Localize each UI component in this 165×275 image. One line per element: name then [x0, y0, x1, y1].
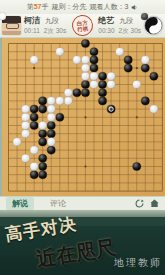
black-stone-icon	[141, 13, 148, 20]
player-bar: 柯洁 九段 00:11 2次 30s 白方行棋 绝艺 九段 00:30 2次 3…	[0, 14, 165, 38]
white-stone	[47, 113, 55, 121]
avatar-black-player[interactable]	[144, 16, 163, 35]
rule-label: 规则：分先	[51, 2, 86, 12]
status-bar: 第57手 规则：分先 观看人数：3	[0, 0, 165, 14]
black-stone	[39, 105, 47, 113]
black-stone	[56, 113, 64, 121]
black-stone	[30, 121, 38, 129]
black-stone	[30, 171, 38, 179]
white-stone	[141, 56, 149, 64]
white-stone	[22, 130, 30, 138]
white-player-time: 00:11	[24, 27, 40, 36]
tab-bar: 解说 评论	[0, 196, 165, 210]
white-stone	[73, 56, 81, 64]
white-stone	[30, 56, 38, 64]
move-counter: 第57手	[27, 2, 49, 12]
banner[interactable]: 高手对决 近在咫尺 地理教师	[0, 210, 165, 275]
white-stone	[81, 56, 89, 64]
black-stone	[39, 138, 47, 146]
white-player-info: 柯洁 九段 00:11 2次 30s	[24, 15, 66, 36]
black-stone	[30, 105, 38, 113]
black-stone	[39, 97, 47, 105]
black-stone	[90, 56, 98, 64]
go-board[interactable]	[0, 38, 165, 196]
black-stone	[133, 162, 141, 170]
tab-comments[interactable]: 评论	[44, 197, 72, 210]
black-stone	[39, 154, 47, 162]
white-stone	[30, 146, 38, 154]
viewers-label: 观看人数：3	[89, 2, 128, 12]
white-stone	[39, 121, 47, 129]
black-stone	[99, 89, 107, 97]
white-stone	[90, 80, 98, 88]
home-icon[interactable]	[150, 199, 159, 208]
white-stone	[107, 72, 115, 80]
black-player-periods: 2次 30s	[119, 27, 141, 36]
black-stone	[39, 162, 47, 170]
white-stone	[150, 105, 158, 113]
white-stone	[22, 105, 30, 113]
black-stone	[47, 121, 55, 129]
black-stone	[99, 72, 107, 80]
white-stone	[116, 48, 124, 56]
black-stone	[141, 64, 149, 72]
black-stone	[99, 80, 107, 88]
white-stone	[90, 72, 98, 80]
white-stone	[64, 89, 72, 97]
black-stone	[73, 89, 81, 97]
black-stone	[47, 146, 55, 154]
white-stone-icon	[0, 13, 6, 20]
white-stone	[56, 97, 64, 105]
white-player-rank: 九段	[45, 16, 59, 26]
white-player-name: 柯洁	[24, 15, 40, 26]
black-stone	[124, 56, 132, 64]
white-stone	[22, 154, 30, 162]
turn-seal: 白方行棋	[71, 14, 94, 37]
white-stone	[133, 80, 141, 88]
black-stone	[99, 97, 107, 105]
black-player-time: 00:30	[98, 27, 114, 36]
white-stone	[22, 121, 30, 129]
white-stone	[47, 138, 55, 146]
black-stone	[90, 64, 98, 72]
white-stone	[56, 48, 64, 56]
watermark-text: 地理教师	[114, 256, 162, 270]
refresh-icon[interactable]	[135, 199, 144, 208]
black-player-info: 绝艺 九段 00:30 2次 30s	[98, 15, 141, 36]
white-stone	[64, 97, 72, 105]
tab-commentary[interactable]: 解说	[6, 197, 34, 210]
white-player-periods: 2次 30s	[44, 27, 66, 36]
white-stone	[30, 162, 38, 170]
black-player-rank: 九段	[119, 16, 133, 26]
black-player-name: 绝艺	[98, 15, 114, 26]
go-app-screen: 第57手 规则：分先 观看人数：3 柯洁 九段 00:11 2次 30s 白方行…	[0, 0, 165, 275]
white-stone	[47, 105, 55, 113]
black-stone	[81, 39, 89, 47]
avatar-white-player[interactable]	[2, 16, 21, 35]
black-stone	[39, 130, 47, 138]
black-stone	[150, 72, 158, 80]
white-stone	[107, 80, 115, 88]
black-stone	[81, 80, 89, 88]
black-stone	[30, 113, 38, 121]
black-stone	[124, 64, 132, 72]
white-stone	[81, 72, 89, 80]
white-stone	[13, 138, 21, 146]
white-stone	[81, 64, 89, 72]
white-stone	[47, 97, 55, 105]
black-stone	[47, 130, 55, 138]
black-stone	[107, 105, 115, 113]
go-board-svg[interactable]	[2, 38, 165, 196]
black-stone	[39, 171, 47, 179]
black-stone	[141, 97, 149, 105]
white-stone	[22, 113, 30, 121]
black-stone	[90, 48, 98, 56]
black-stone	[81, 89, 89, 97]
speaker-icon[interactable]	[131, 4, 138, 11]
